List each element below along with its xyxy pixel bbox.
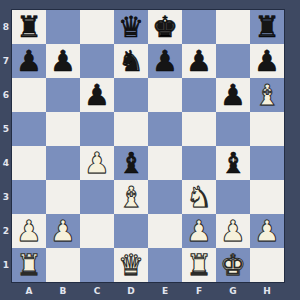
square-c6[interactable]: ♟ bbox=[80, 78, 114, 112]
square-a3[interactable] bbox=[12, 180, 46, 214]
square-c3[interactable] bbox=[80, 180, 114, 214]
white-pawn-c4: ♟ bbox=[84, 146, 110, 180]
black-rook-h8: ♜ bbox=[254, 10, 280, 44]
square-c7[interactable] bbox=[80, 44, 114, 78]
square-c1[interactable] bbox=[80, 248, 114, 282]
square-e2[interactable] bbox=[148, 214, 182, 248]
rank-labels: 87654321 bbox=[0, 10, 12, 282]
file-label-d: D bbox=[114, 283, 148, 298]
white-pawn-g2: ♟ bbox=[220, 214, 246, 248]
square-g2[interactable]: ♟ bbox=[216, 214, 250, 248]
square-a5[interactable] bbox=[12, 112, 46, 146]
square-e3[interactable] bbox=[148, 180, 182, 214]
black-knight-d7: ♞ bbox=[118, 44, 144, 78]
square-b8[interactable] bbox=[46, 10, 80, 44]
square-a8[interactable]: ♜ bbox=[12, 10, 46, 44]
square-d4[interactable]: ♝ bbox=[114, 146, 148, 180]
black-pawn-c6: ♟ bbox=[84, 78, 110, 112]
file-labels: ABCDEFGH bbox=[12, 283, 284, 298]
rank-label-8: 8 bbox=[0, 10, 12, 44]
white-pawn-f2: ♟ bbox=[186, 214, 212, 248]
square-h8[interactable]: ♜ bbox=[250, 10, 284, 44]
square-h2[interactable]: ♟ bbox=[250, 214, 284, 248]
chess-board: ♜♛♚♜♟♟♞♟♟♟♟♟♝♟♝♝♝♞♟♟♟♟♟♜♛♜♚ bbox=[12, 10, 284, 282]
square-a1[interactable]: ♜ bbox=[12, 248, 46, 282]
board-frame: 87654321 ♜♛♚♜♟♟♞♟♟♟♟♟♝♟♝♝♝♞♟♟♟♟♟♜♛♜♚ ABC… bbox=[0, 0, 300, 300]
rank-label-2: 2 bbox=[0, 214, 12, 248]
square-f1[interactable]: ♜ bbox=[182, 248, 216, 282]
black-pawn-b7: ♟ bbox=[50, 44, 76, 78]
white-pawn-a2: ♟ bbox=[16, 214, 42, 248]
square-b1[interactable] bbox=[46, 248, 80, 282]
square-g5[interactable] bbox=[216, 112, 250, 146]
square-a2[interactable]: ♟ bbox=[12, 214, 46, 248]
square-d7[interactable]: ♞ bbox=[114, 44, 148, 78]
square-a6[interactable] bbox=[12, 78, 46, 112]
square-b5[interactable] bbox=[46, 112, 80, 146]
rank-label-1: 1 bbox=[0, 248, 12, 282]
file-label-g: G bbox=[216, 283, 250, 298]
square-e1[interactable] bbox=[148, 248, 182, 282]
square-g4[interactable]: ♝ bbox=[216, 146, 250, 180]
square-e8[interactable]: ♚ bbox=[148, 10, 182, 44]
square-a4[interactable] bbox=[12, 146, 46, 180]
square-e6[interactable] bbox=[148, 78, 182, 112]
file-label-b: B bbox=[46, 283, 80, 298]
white-pawn-h2: ♟ bbox=[254, 214, 280, 248]
rank-label-5: 5 bbox=[0, 112, 12, 146]
rank-label-4: 4 bbox=[0, 146, 12, 180]
white-bishop-h6: ♝ bbox=[254, 78, 280, 112]
rank-label-7: 7 bbox=[0, 44, 12, 78]
square-b4[interactable] bbox=[46, 146, 80, 180]
square-b3[interactable] bbox=[46, 180, 80, 214]
square-f6[interactable] bbox=[182, 78, 216, 112]
square-d6[interactable] bbox=[114, 78, 148, 112]
black-pawn-f7: ♟ bbox=[186, 44, 212, 78]
black-pawn-a7: ♟ bbox=[16, 44, 42, 78]
square-e7[interactable]: ♟ bbox=[148, 44, 182, 78]
square-b7[interactable]: ♟ bbox=[46, 44, 80, 78]
square-d8[interactable]: ♛ bbox=[114, 10, 148, 44]
black-bishop-g4: ♝ bbox=[220, 146, 246, 180]
file-label-f: F bbox=[182, 283, 216, 298]
black-pawn-e7: ♟ bbox=[152, 44, 178, 78]
square-h3[interactable] bbox=[250, 180, 284, 214]
square-h4[interactable] bbox=[250, 146, 284, 180]
square-e4[interactable] bbox=[148, 146, 182, 180]
white-king-g1: ♚ bbox=[220, 248, 246, 282]
white-pawn-b2: ♟ bbox=[50, 214, 76, 248]
white-knight-f3: ♞ bbox=[186, 180, 212, 214]
square-a7[interactable]: ♟ bbox=[12, 44, 46, 78]
square-b2[interactable]: ♟ bbox=[46, 214, 80, 248]
square-c5[interactable] bbox=[80, 112, 114, 146]
square-f5[interactable] bbox=[182, 112, 216, 146]
black-rook-a8: ♜ bbox=[16, 10, 42, 44]
black-king-e8: ♚ bbox=[152, 10, 178, 44]
rank-label-6: 6 bbox=[0, 78, 12, 112]
square-g3[interactable] bbox=[216, 180, 250, 214]
square-h1[interactable] bbox=[250, 248, 284, 282]
file-label-h: H bbox=[250, 283, 284, 298]
square-c8[interactable] bbox=[80, 10, 114, 44]
file-label-a: A bbox=[12, 283, 46, 298]
white-rook-f1: ♜ bbox=[186, 248, 212, 282]
square-f8[interactable] bbox=[182, 10, 216, 44]
file-label-e: E bbox=[148, 283, 182, 298]
white-bishop-d3: ♝ bbox=[118, 180, 144, 214]
square-d2[interactable] bbox=[114, 214, 148, 248]
white-rook-a1: ♜ bbox=[16, 248, 42, 282]
rank-label-3: 3 bbox=[0, 180, 12, 214]
black-queen-d8: ♛ bbox=[118, 10, 144, 44]
square-d1[interactable]: ♛ bbox=[114, 248, 148, 282]
square-b6[interactable] bbox=[46, 78, 80, 112]
square-g1[interactable]: ♚ bbox=[216, 248, 250, 282]
white-queen-d1: ♛ bbox=[118, 248, 144, 282]
square-h6[interactable]: ♝ bbox=[250, 78, 284, 112]
square-d3[interactable]: ♝ bbox=[114, 180, 148, 214]
square-h5[interactable] bbox=[250, 112, 284, 146]
square-f4[interactable] bbox=[182, 146, 216, 180]
black-bishop-d4: ♝ bbox=[118, 146, 144, 180]
square-f7[interactable]: ♟ bbox=[182, 44, 216, 78]
file-label-c: C bbox=[80, 283, 114, 298]
black-pawn-h7: ♟ bbox=[254, 44, 280, 78]
square-g7[interactable] bbox=[216, 44, 250, 78]
square-d5[interactable] bbox=[114, 112, 148, 146]
square-f2[interactable]: ♟ bbox=[182, 214, 216, 248]
square-c2[interactable] bbox=[80, 214, 114, 248]
square-f3[interactable]: ♞ bbox=[182, 180, 216, 214]
square-c4[interactable]: ♟ bbox=[80, 146, 114, 180]
black-pawn-g6: ♟ bbox=[220, 78, 246, 112]
square-h7[interactable]: ♟ bbox=[250, 44, 284, 78]
square-e5[interactable] bbox=[148, 112, 182, 146]
square-g8[interactable] bbox=[216, 10, 250, 44]
square-g6[interactable]: ♟ bbox=[216, 78, 250, 112]
